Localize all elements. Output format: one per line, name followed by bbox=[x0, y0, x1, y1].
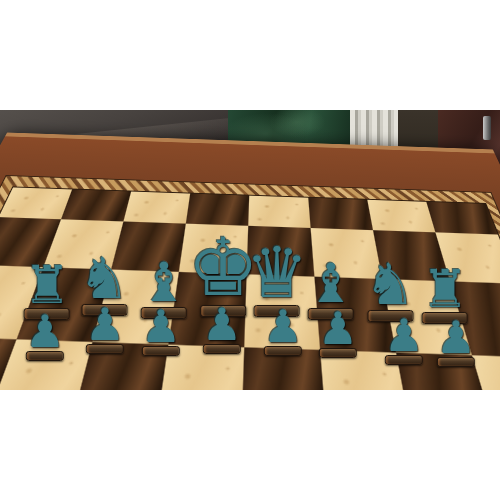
pawn-glyph: ♟ bbox=[141, 304, 181, 349]
pawn-glyph: ♟ bbox=[436, 315, 476, 360]
piece-teal-pawn-h2[interactable]: ♟ bbox=[25, 309, 65, 361]
screenshot: ♜♞♝♚♛♝♞♜♟♟♟♟♟♟♟♟ bbox=[0, 0, 500, 500]
pawn-glyph: ♟ bbox=[25, 309, 65, 354]
metal-clasp-icon bbox=[483, 116, 491, 140]
piece-teal-pawn-a2[interactable]: ♟ bbox=[436, 315, 476, 367]
piece-teal-pawn-b2[interactable]: ♟ bbox=[384, 313, 424, 365]
square-f1[interactable] bbox=[123, 192, 190, 224]
square-h1[interactable] bbox=[0, 187, 72, 219]
square-a1[interactable] bbox=[426, 202, 497, 235]
pawn-glyph: ♟ bbox=[202, 302, 242, 347]
pawn-glyph: ♟ bbox=[85, 302, 125, 347]
knight-glyph: ♞ bbox=[364, 256, 415, 313]
rook-glyph: ♜ bbox=[24, 259, 71, 311]
square-g1[interactable] bbox=[61, 189, 131, 221]
pawn-glyph: ♟ bbox=[263, 304, 303, 349]
pawn-glyph: ♟ bbox=[318, 306, 358, 351]
queen-glyph: ♛ bbox=[246, 238, 309, 308]
photo-area: ♜♞♝♚♛♝♞♜♟♟♟♟♟♟♟♟ bbox=[0, 110, 500, 390]
pawn-glyph: ♟ bbox=[384, 313, 424, 358]
piece-teal-pawn-d2[interactable]: ♟ bbox=[263, 304, 303, 356]
piece-teal-pawn-g2[interactable]: ♟ bbox=[85, 302, 125, 354]
rook-glyph: ♜ bbox=[422, 263, 469, 315]
piece-teal-pawn-c2[interactable]: ♟ bbox=[318, 306, 358, 358]
square-c1[interactable] bbox=[308, 198, 373, 230]
square-b1[interactable] bbox=[367, 200, 435, 233]
piece-teal-pawn-f2[interactable]: ♟ bbox=[141, 304, 181, 356]
piece-teal-pawn-e2[interactable]: ♟ bbox=[202, 302, 242, 354]
